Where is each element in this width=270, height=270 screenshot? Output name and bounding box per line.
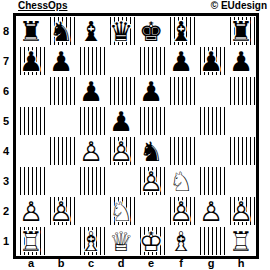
piece-glyph: ♟ <box>166 46 196 76</box>
piece-glyph: ♖ <box>226 226 256 256</box>
square-a4[interactable] <box>16 136 46 166</box>
white-pawn-d4: ♟♙ <box>106 136 136 166</box>
square-e4[interactable]: ♞♞ <box>136 136 166 166</box>
square-g1[interactable] <box>196 226 226 256</box>
square-h7[interactable]: ♟♟ <box>226 46 256 76</box>
black-queen-d8: ♛♛ <box>106 16 136 46</box>
square-g6[interactable] <box>196 76 226 106</box>
square-f8[interactable]: ♝♝ <box>166 16 196 46</box>
file-label-c: c <box>76 257 106 270</box>
piece-glyph: ♙ <box>226 196 256 226</box>
white-rook-a1: ♜♖ <box>16 226 46 256</box>
black-pawn-b7: ♟♟ <box>46 46 76 76</box>
square-g2[interactable]: ♟♙ <box>196 196 226 226</box>
file-label-f: f <box>166 257 196 270</box>
piece-glyph: ♙ <box>76 136 106 166</box>
piece-glyph: ♜ <box>16 16 46 46</box>
rank-label-8: 8 <box>0 16 12 46</box>
square-g7[interactable]: ♟♟ <box>196 46 226 76</box>
square-f2[interactable]: ♟♙ <box>166 196 196 226</box>
piece-glyph: ♟ <box>196 46 226 76</box>
piece-glyph: ♟ <box>46 46 76 76</box>
piece-glyph: ♟ <box>16 46 46 76</box>
white-queen-d1: ♛♕ <box>106 226 136 256</box>
square-c3[interactable] <box>76 166 106 196</box>
rank-label-2: 2 <box>0 196 12 226</box>
file-label-b: b <box>46 257 76 270</box>
black-knight-b8: ♞♞ <box>46 16 76 46</box>
piece-glyph: ♔ <box>136 226 166 256</box>
square-a3[interactable] <box>16 166 46 196</box>
piece-glyph: ♙ <box>136 166 166 196</box>
square-h6[interactable] <box>226 76 256 106</box>
square-d6[interactable] <box>106 76 136 106</box>
square-a6[interactable] <box>16 76 46 106</box>
square-a5[interactable] <box>16 106 46 136</box>
square-h3[interactable] <box>226 166 256 196</box>
piece-glyph: ♙ <box>106 136 136 166</box>
piece-glyph: ♗ <box>76 226 106 256</box>
file-label-d: d <box>106 257 136 270</box>
square-h1[interactable]: ♜♖ <box>226 226 256 256</box>
black-knight-e4: ♞♞ <box>136 136 166 166</box>
piece-glyph: ♙ <box>166 196 196 226</box>
square-b5[interactable] <box>46 106 76 136</box>
rank-label-4: 4 <box>0 136 12 166</box>
square-f6[interactable] <box>166 76 196 106</box>
file-label-g: g <box>196 257 226 270</box>
black-pawn-d5: ♟♟ <box>106 106 136 136</box>
white-king-e1: ♚♔ <box>136 226 166 256</box>
square-b2[interactable]: ♟♙ <box>46 196 76 226</box>
chessops-app: ChessOps © EUdesign ♜♜♞♞♝♝♛♛♚♚♝♝♜♜♟♟♟♟♟♟… <box>0 0 270 270</box>
square-e8[interactable]: ♚♚ <box>136 16 166 46</box>
white-pawn-e3: ♟♙ <box>136 166 166 196</box>
black-pawn-g7: ♟♟ <box>196 46 226 76</box>
square-g5[interactable] <box>196 106 226 136</box>
piece-glyph: ♟ <box>106 106 136 136</box>
piece-glyph: ♝ <box>166 16 196 46</box>
black-rook-h8: ♜♜ <box>226 16 256 46</box>
piece-glyph: ♙ <box>16 196 46 226</box>
square-c7[interactable] <box>76 46 106 76</box>
white-bishop-f1: ♝♗ <box>166 226 196 256</box>
square-a1[interactable]: ♜♖ <box>16 226 46 256</box>
piece-glyph: ♙ <box>46 196 76 226</box>
black-pawn-e6: ♟♟ <box>136 76 166 106</box>
square-a7[interactable]: ♟♟ <box>16 46 46 76</box>
piece-glyph: ♟ <box>136 76 166 106</box>
black-king-e8: ♚♚ <box>136 16 166 46</box>
black-bishop-f8: ♝♝ <box>166 16 196 46</box>
square-e2[interactable] <box>136 196 166 226</box>
file-label-e: e <box>136 257 166 270</box>
square-d8[interactable]: ♛♛ <box>106 16 136 46</box>
square-b1[interactable] <box>46 226 76 256</box>
piece-glyph: ♘ <box>166 166 196 196</box>
square-b6[interactable] <box>46 76 76 106</box>
piece-glyph: ♖ <box>16 226 46 256</box>
square-g3[interactable] <box>196 166 226 196</box>
white-knight-d2: ♞♘ <box>106 196 136 226</box>
black-rook-a8: ♜♜ <box>16 16 46 46</box>
black-pawn-c6: ♟♟ <box>76 76 106 106</box>
square-e6[interactable]: ♟♟ <box>136 76 166 106</box>
credit-text: © EUdesign <box>211 0 267 11</box>
square-c5[interactable] <box>76 106 106 136</box>
rank-label-3: 3 <box>0 166 12 196</box>
square-b8[interactable]: ♞♞ <box>46 16 76 46</box>
square-g4[interactable] <box>196 136 226 166</box>
white-rook-h1: ♜♖ <box>226 226 256 256</box>
piece-glyph: ♜ <box>226 16 256 46</box>
square-h5[interactable] <box>226 106 256 136</box>
square-h2[interactable]: ♟♙ <box>226 196 256 226</box>
square-d4[interactable]: ♟♙ <box>106 136 136 166</box>
black-pawn-h7: ♟♟ <box>226 46 256 76</box>
square-c8[interactable]: ♝♝ <box>76 16 106 46</box>
rank-label-1: 1 <box>0 226 12 256</box>
square-c1[interactable]: ♝♗ <box>76 226 106 256</box>
piece-glyph: ♙ <box>196 196 226 226</box>
piece-glyph: ♘ <box>106 196 136 226</box>
black-pawn-f7: ♟♟ <box>166 46 196 76</box>
rank-label-5: 5 <box>0 106 12 136</box>
square-g8[interactable] <box>196 16 226 46</box>
square-f5[interactable] <box>166 106 196 136</box>
square-h4[interactable] <box>226 136 256 166</box>
file-label-h: h <box>226 257 256 270</box>
piece-glyph: ♞ <box>46 16 76 46</box>
piece-glyph: ♝ <box>76 16 106 46</box>
square-b3[interactable] <box>46 166 76 196</box>
white-pawn-a2: ♟♙ <box>16 196 46 226</box>
square-c4[interactable]: ♟♙ <box>76 136 106 166</box>
piece-glyph: ♗ <box>166 226 196 256</box>
app-title: ChessOps <box>18 0 67 11</box>
white-pawn-f2: ♟♙ <box>166 196 196 226</box>
piece-glyph: ♟ <box>76 76 106 106</box>
rank-label-7: 7 <box>0 46 12 76</box>
square-c2[interactable] <box>76 196 106 226</box>
square-f3[interactable]: ♞♘ <box>166 166 196 196</box>
square-f4[interactable] <box>166 136 196 166</box>
chess-board: ♜♜♞♞♝♝♛♛♚♚♝♝♜♜♟♟♟♟♟♟♟♟♟♟♟♟♟♟♟♟♟♙♟♙♞♞♟♙♞♘… <box>13 13 259 259</box>
white-pawn-b2: ♟♙ <box>46 196 76 226</box>
square-a8[interactable]: ♜♜ <box>16 16 46 46</box>
piece-glyph: ♞ <box>136 136 166 166</box>
piece-glyph: ♚ <box>136 16 166 46</box>
file-label-a: a <box>16 257 46 270</box>
square-e1[interactable]: ♚♔ <box>136 226 166 256</box>
black-bishop-c8: ♝♝ <box>76 16 106 46</box>
square-d7[interactable] <box>106 46 136 76</box>
piece-glyph: ♟ <box>226 46 256 76</box>
square-h8[interactable]: ♜♜ <box>226 16 256 46</box>
white-pawn-g2: ♟♙ <box>196 196 226 226</box>
square-d5[interactable]: ♟♟ <box>106 106 136 136</box>
square-d1[interactable]: ♛♕ <box>106 226 136 256</box>
white-knight-f3: ♞♘ <box>166 166 196 196</box>
piece-glyph: ♕ <box>106 226 136 256</box>
black-pawn-a7: ♟♟ <box>16 46 46 76</box>
square-c6[interactable]: ♟♟ <box>76 76 106 106</box>
square-b7[interactable]: ♟♟ <box>46 46 76 76</box>
square-f7[interactable]: ♟♟ <box>166 46 196 76</box>
square-e5[interactable] <box>136 106 166 136</box>
piece-glyph: ♛ <box>106 16 136 46</box>
white-pawn-h2: ♟♙ <box>226 196 256 226</box>
square-d3[interactable] <box>106 166 136 196</box>
square-e3[interactable]: ♟♙ <box>136 166 166 196</box>
rank-label-6: 6 <box>0 76 12 106</box>
square-f1[interactable]: ♝♗ <box>166 226 196 256</box>
square-b4[interactable] <box>46 136 76 166</box>
white-pawn-c4: ♟♙ <box>76 136 106 166</box>
square-a2[interactable]: ♟♙ <box>16 196 46 226</box>
white-bishop-c1: ♝♗ <box>76 226 106 256</box>
square-d2[interactable]: ♞♘ <box>106 196 136 226</box>
square-e7[interactable] <box>136 46 166 76</box>
